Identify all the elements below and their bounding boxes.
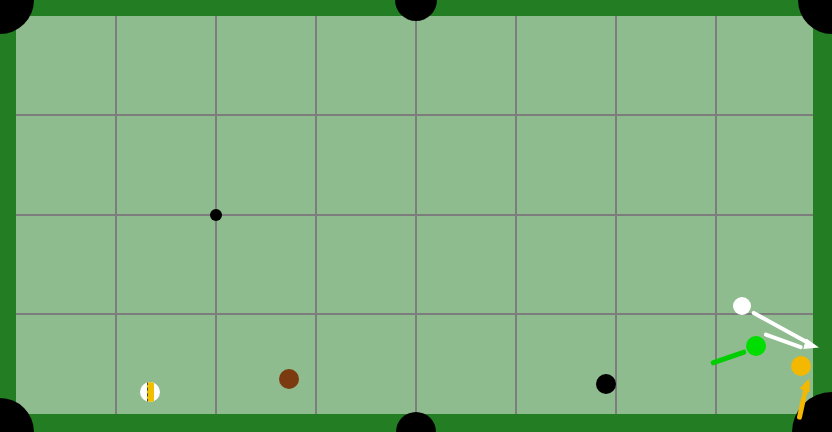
ball-yellow-stripe[interactable] [140,382,160,402]
grid-line-horizontal-3 [16,313,813,315]
ball-gold[interactable] [791,356,811,376]
grid-line-horizontal-1 [16,114,813,116]
grid-line-horizontal-2 [16,214,813,216]
ball-cue[interactable] [733,297,751,315]
ball-black-8[interactable] [596,374,616,394]
billiards-table [0,0,832,432]
head-spot-marker [210,209,222,221]
ball-stripe [147,382,154,402]
ball-brown[interactable] [279,369,299,389]
ball-green[interactable] [746,336,766,356]
pocket-bottom-center [396,412,436,432]
